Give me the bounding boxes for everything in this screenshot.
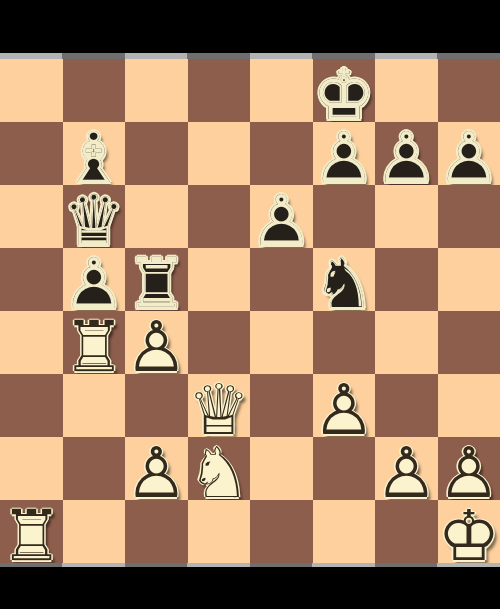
square-h8[interactable]: [438, 59, 500, 122]
white-rook[interactable]: ♜♖: [0, 500, 63, 563]
piece-glyph-fill: ♞: [313, 252, 376, 315]
black-pawn[interactable]: ♟♙: [313, 122, 376, 185]
piece-glyph-fill: ♜: [125, 252, 188, 315]
square-e6[interactable]: ♟♙: [250, 185, 313, 248]
square-a6[interactable]: [0, 185, 63, 248]
square-f1[interactable]: [313, 500, 376, 563]
chess-app-canvas: ♚♔♝♗♟♙♟♙♟♙♛♕♟♙♟♙♜♖♞♘♜♖♟♙♛♕♟♙♟♙♞♘♟♙♟♙♜♖♚♔: [0, 0, 500, 609]
square-h7[interactable]: ♟♙: [438, 122, 500, 185]
square-g3[interactable]: [375, 374, 438, 437]
piece-glyph-fill: ♚: [438, 504, 500, 567]
square-c5[interactable]: ♜♖: [125, 248, 188, 311]
square-c7[interactable]: [125, 122, 188, 185]
square-g8[interactable]: [375, 59, 438, 122]
square-d2[interactable]: ♞♘: [188, 437, 251, 500]
square-g1[interactable]: [375, 500, 438, 563]
piece-glyph-outline: ♖: [63, 315, 126, 378]
piece-glyph-outline: ♙: [313, 126, 376, 189]
black-pawn[interactable]: ♟♙: [438, 122, 500, 185]
white-rook[interactable]: ♜♖: [63, 311, 126, 374]
black-pawn[interactable]: ♟♙: [63, 248, 126, 311]
square-d3[interactable]: ♛♕: [188, 374, 251, 437]
square-b4[interactable]: ♜♖: [63, 311, 126, 374]
white-pawn[interactable]: ♟♙: [125, 437, 188, 500]
square-e3[interactable]: [250, 374, 313, 437]
square-b8[interactable]: [63, 59, 126, 122]
square-h1[interactable]: ♚♔: [438, 500, 500, 563]
square-h6[interactable]: [438, 185, 500, 248]
piece-glyph-outline: ♙: [438, 441, 500, 504]
piece-glyph-outline: ♙: [63, 252, 126, 315]
square-c1[interactable]: [125, 500, 188, 563]
square-a8[interactable]: [0, 59, 63, 122]
chess-board: ♚♔♝♗♟♙♟♙♟♙♛♕♟♙♟♙♜♖♞♘♜♖♟♙♛♕♟♙♟♙♞♘♟♙♟♙♜♖♚♔: [0, 59, 500, 563]
piece-glyph-fill: ♛: [188, 378, 251, 441]
square-h5[interactable]: [438, 248, 500, 311]
piece-glyph-outline: ♖: [125, 252, 188, 315]
square-d5[interactable]: [188, 248, 251, 311]
piece-glyph-fill: ♝: [63, 126, 126, 189]
square-a3[interactable]: [0, 374, 63, 437]
square-g6[interactable]: [375, 185, 438, 248]
square-f7[interactable]: ♟♙: [313, 122, 376, 185]
square-e4[interactable]: [250, 311, 313, 374]
square-d1[interactable]: [188, 500, 251, 563]
piece-glyph-outline: ♘: [188, 441, 251, 504]
square-c3[interactable]: [125, 374, 188, 437]
piece-glyph-outline: ♙: [125, 315, 188, 378]
white-pawn[interactable]: ♟♙: [438, 437, 500, 500]
piece-glyph-fill: ♜: [63, 315, 126, 378]
piece-glyph-fill: ♜: [0, 504, 63, 567]
black-pawn[interactable]: ♟♙: [250, 185, 313, 248]
piece-glyph-fill: ♟: [125, 441, 188, 504]
square-g5[interactable]: [375, 248, 438, 311]
square-e8[interactable]: [250, 59, 313, 122]
square-a4[interactable]: [0, 311, 63, 374]
white-king[interactable]: ♚♔: [438, 500, 500, 563]
piece-glyph-fill: ♟: [313, 378, 376, 441]
square-c6[interactable]: [125, 185, 188, 248]
square-b6[interactable]: ♛♕: [63, 185, 126, 248]
square-b1[interactable]: [63, 500, 126, 563]
board-edge-bottom: [0, 563, 500, 567]
piece-glyph-outline: ♖: [0, 504, 63, 567]
square-b3[interactable]: [63, 374, 126, 437]
square-a2[interactable]: [0, 437, 63, 500]
square-a5[interactable]: [0, 248, 63, 311]
piece-glyph-outline: ♔: [313, 63, 376, 126]
square-h2[interactable]: ♟♙: [438, 437, 500, 500]
piece-glyph-outline: ♙: [375, 126, 438, 189]
white-knight[interactable]: ♞♘: [188, 437, 251, 500]
piece-glyph-outline: ♕: [63, 189, 126, 252]
square-f3[interactable]: ♟♙: [313, 374, 376, 437]
black-knight[interactable]: ♞♘: [313, 248, 376, 311]
square-e5[interactable]: [250, 248, 313, 311]
square-c4[interactable]: ♟♙: [125, 311, 188, 374]
piece-glyph-fill: ♟: [438, 126, 500, 189]
piece-glyph-outline: ♙: [250, 189, 313, 252]
piece-glyph-fill: ♞: [188, 441, 251, 504]
square-b5[interactable]: ♟♙: [63, 248, 126, 311]
square-f2[interactable]: [313, 437, 376, 500]
square-b7[interactable]: ♝♗: [63, 122, 126, 185]
square-f8[interactable]: ♚♔: [313, 59, 376, 122]
square-e7[interactable]: [250, 122, 313, 185]
square-d8[interactable]: [188, 59, 251, 122]
white-pawn[interactable]: ♟♙: [375, 437, 438, 500]
white-pawn[interactable]: ♟♙: [125, 311, 188, 374]
piece-glyph-outline: ♙: [125, 441, 188, 504]
piece-glyph-fill: ♟: [375, 441, 438, 504]
piece-glyph-fill: ♟: [438, 441, 500, 504]
white-pawn[interactable]: ♟♙: [313, 374, 376, 437]
square-a1[interactable]: ♜♖: [0, 500, 63, 563]
square-e2[interactable]: [250, 437, 313, 500]
square-f5[interactable]: ♞♘: [313, 248, 376, 311]
piece-glyph-outline: ♙: [313, 378, 376, 441]
square-f4[interactable]: [313, 311, 376, 374]
square-d7[interactable]: [188, 122, 251, 185]
piece-glyph-fill: ♟: [125, 315, 188, 378]
black-bishop[interactable]: ♝♗: [63, 122, 126, 185]
black-pawn[interactable]: ♟♙: [375, 122, 438, 185]
square-e1[interactable]: [250, 500, 313, 563]
square-g7[interactable]: ♟♙: [375, 122, 438, 185]
piece-glyph-outline: ♙: [438, 126, 500, 189]
piece-glyph-outline: ♙: [375, 441, 438, 504]
square-d4[interactable]: [188, 311, 251, 374]
black-king[interactable]: ♚♔: [313, 59, 376, 122]
square-g2[interactable]: ♟♙: [375, 437, 438, 500]
square-b2[interactable]: [63, 437, 126, 500]
white-queen[interactable]: ♛♕: [188, 374, 251, 437]
piece-glyph-outline: ♗: [63, 126, 126, 189]
piece-glyph-fill: ♚: [313, 63, 376, 126]
square-c8[interactable]: [125, 59, 188, 122]
piece-glyph-outline: ♘: [313, 252, 376, 315]
square-a7[interactable]: [0, 122, 63, 185]
black-queen[interactable]: ♛♕: [63, 185, 126, 248]
square-c2[interactable]: ♟♙: [125, 437, 188, 500]
square-d6[interactable]: [188, 185, 251, 248]
piece-glyph-outline: ♕: [188, 378, 251, 441]
square-h3[interactable]: [438, 374, 500, 437]
piece-glyph-outline: ♔: [438, 504, 500, 567]
piece-glyph-fill: ♛: [63, 189, 126, 252]
piece-glyph-fill: ♟: [313, 126, 376, 189]
square-f6[interactable]: [313, 185, 376, 248]
black-rook[interactable]: ♜♖: [125, 248, 188, 311]
square-g4[interactable]: [375, 311, 438, 374]
piece-glyph-fill: ♟: [375, 126, 438, 189]
square-h4[interactable]: [438, 311, 500, 374]
piece-glyph-fill: ♟: [250, 189, 313, 252]
piece-glyph-fill: ♟: [63, 252, 126, 315]
